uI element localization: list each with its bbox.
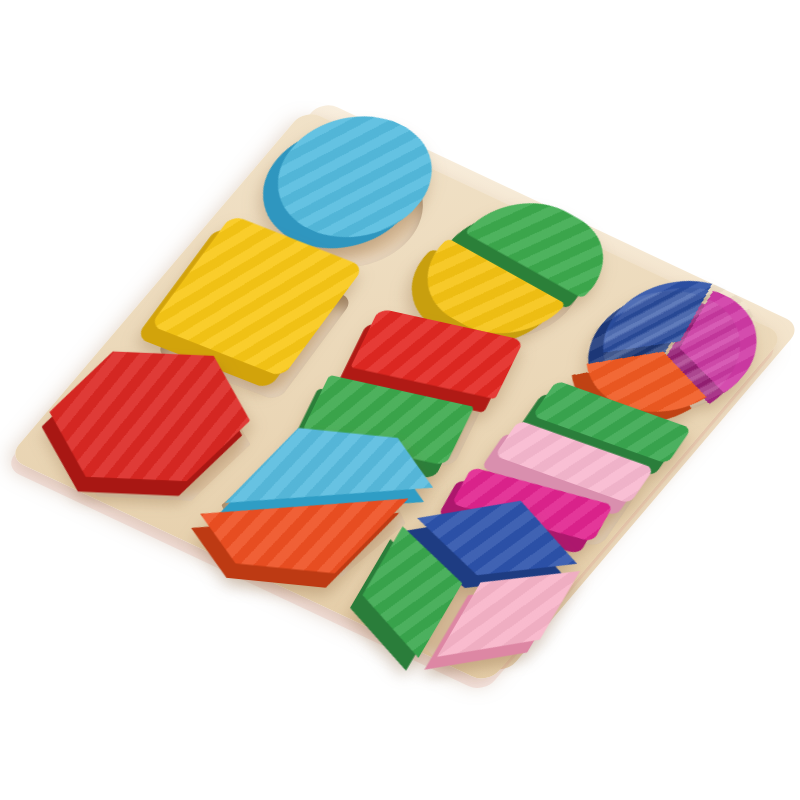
product-photo-scene bbox=[0, 0, 800, 800]
puzzle-board bbox=[25, 100, 800, 675]
pieces-layer bbox=[25, 100, 800, 675]
